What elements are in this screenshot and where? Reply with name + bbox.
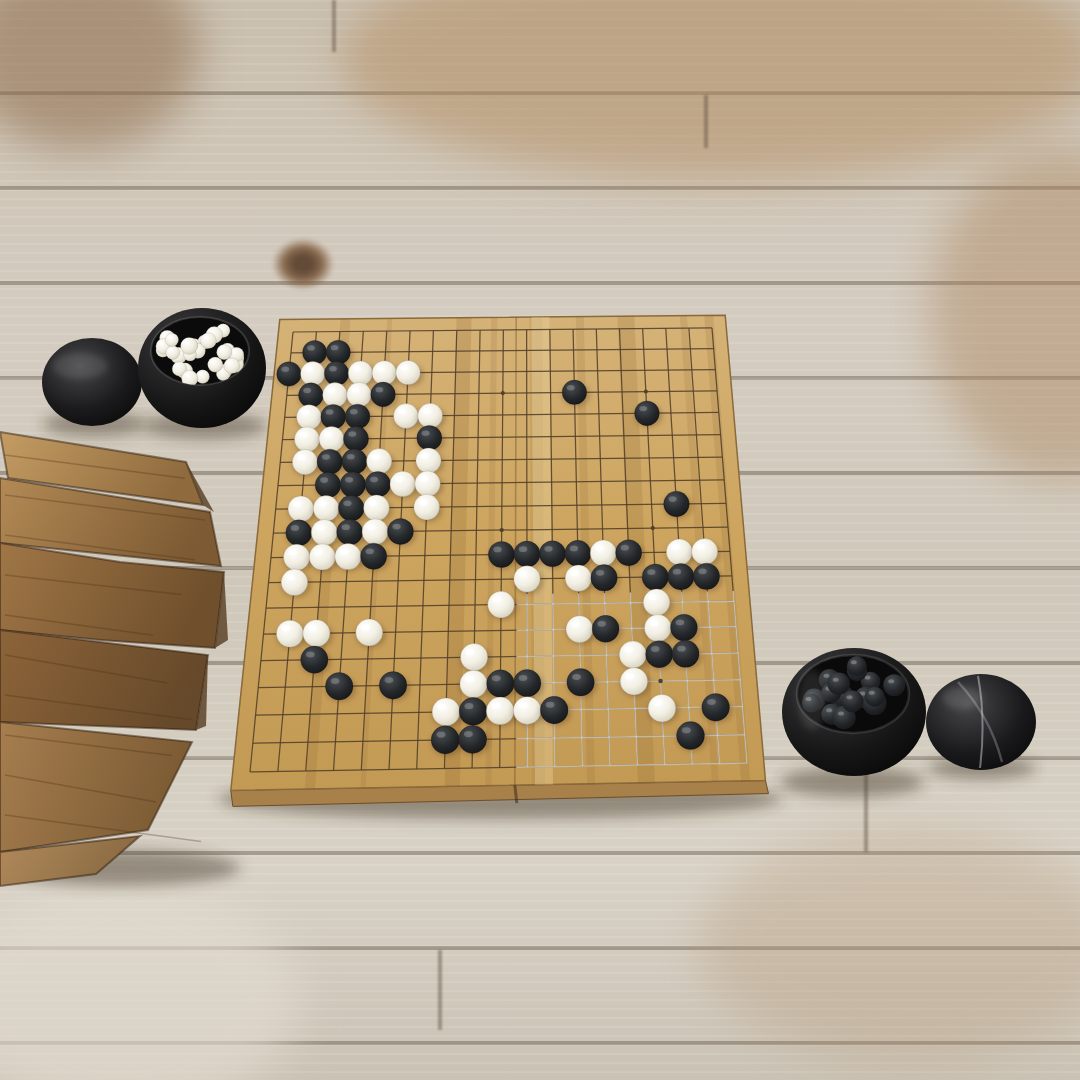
stone-black[interactable] <box>514 541 540 567</box>
stone-black[interactable] <box>277 362 301 386</box>
stone-black[interactable] <box>301 646 328 673</box>
stone-white[interactable] <box>347 382 372 407</box>
stone-white[interactable] <box>619 641 646 668</box>
stone-white[interactable] <box>356 619 383 646</box>
stone-white[interactable] <box>644 615 671 642</box>
star-point <box>501 391 505 395</box>
driftwood-plank-stack <box>0 432 228 886</box>
stone-white[interactable] <box>513 697 541 725</box>
stone-black[interactable] <box>592 615 619 642</box>
stone-white[interactable] <box>367 449 392 474</box>
stone-black[interactable] <box>459 698 487 726</box>
stone-black[interactable] <box>387 518 413 544</box>
stone-white[interactable] <box>319 427 344 452</box>
stone-black[interactable] <box>361 543 387 569</box>
stone-black[interactable] <box>591 565 617 591</box>
stone-black[interactable] <box>315 472 341 498</box>
stone-black[interactable] <box>646 641 673 668</box>
stone-black[interactable] <box>567 669 594 696</box>
stone-black[interactable] <box>340 472 366 498</box>
stone-black[interactable] <box>371 382 396 407</box>
stone-black[interactable] <box>677 722 705 750</box>
stone-white[interactable] <box>364 495 390 521</box>
stone-white[interactable] <box>620 668 647 695</box>
stone-black[interactable] <box>664 491 690 517</box>
stone-black[interactable] <box>379 672 407 700</box>
stone-black[interactable] <box>513 669 540 696</box>
stone-white[interactable] <box>514 566 540 592</box>
stone-white[interactable] <box>390 471 416 497</box>
stone-black[interactable] <box>317 449 342 474</box>
stone-white[interactable] <box>414 494 440 520</box>
stone-white[interactable] <box>396 360 420 384</box>
stone-black[interactable] <box>459 725 487 753</box>
driftwood-slab <box>0 722 192 852</box>
stone-black[interactable] <box>693 563 719 589</box>
stone-white[interactable] <box>294 427 319 452</box>
stone-white[interactable] <box>566 616 593 643</box>
stone-black[interactable] <box>487 670 514 697</box>
stone-white[interactable] <box>301 361 325 385</box>
stone-black[interactable] <box>635 401 660 426</box>
stone-black[interactable] <box>345 404 370 429</box>
stone-black[interactable] <box>431 726 459 754</box>
stone-white[interactable] <box>362 519 388 545</box>
stone-white[interactable] <box>643 589 670 616</box>
stone-white[interactable] <box>281 569 308 596</box>
stone-white[interactable] <box>311 519 337 545</box>
stone-white[interactable] <box>488 591 515 618</box>
stone-white[interactable] <box>288 496 314 522</box>
stone-black[interactable] <box>324 361 348 385</box>
stone-white[interactable] <box>692 539 718 565</box>
stone-white[interactable] <box>486 697 514 725</box>
stone-black[interactable] <box>321 404 346 429</box>
stone-black[interactable] <box>325 672 353 700</box>
stone-black[interactable] <box>303 340 327 364</box>
stone-white[interactable] <box>292 449 317 474</box>
stone-white[interactable] <box>372 361 396 385</box>
stone-white[interactable] <box>666 539 692 565</box>
stone-black[interactable] <box>338 495 364 521</box>
stone-white[interactable] <box>590 540 616 566</box>
stone-black[interactable] <box>562 380 587 405</box>
stone-white[interactable] <box>432 698 460 726</box>
stone-black[interactable] <box>299 383 324 408</box>
stone-black[interactable] <box>337 519 363 545</box>
star-point <box>500 528 504 532</box>
stone-black[interactable] <box>540 696 568 724</box>
star-point <box>651 526 655 530</box>
stone-black[interactable] <box>286 520 312 546</box>
stone-black[interactable] <box>417 425 442 450</box>
stone-black[interactable] <box>326 340 350 364</box>
stone-black[interactable] <box>565 540 591 566</box>
stone-black[interactable] <box>672 640 699 667</box>
stone-white[interactable] <box>565 565 591 591</box>
stone-white[interactable] <box>276 620 303 647</box>
stone-black[interactable] <box>616 540 642 566</box>
stone-white[interactable] <box>284 544 310 570</box>
stone-white[interactable] <box>313 496 339 522</box>
stone-white[interactable] <box>348 361 372 385</box>
stone-black[interactable] <box>365 472 391 498</box>
stone-black[interactable] <box>342 449 367 474</box>
stone-black[interactable] <box>642 564 668 590</box>
star-point <box>658 679 663 684</box>
stone-black[interactable] <box>671 614 698 641</box>
stone-white[interactable] <box>309 544 335 570</box>
stone-white[interactable] <box>648 694 676 722</box>
stone-white[interactable] <box>394 404 419 429</box>
stone-white[interactable] <box>297 405 322 430</box>
star-point <box>644 390 648 394</box>
go-scene-canvas <box>0 0 1080 1080</box>
stone-white[interactable] <box>460 670 488 698</box>
stone-black[interactable] <box>343 426 368 451</box>
bowl-lid-left[interactable] <box>42 338 142 426</box>
scene: { "game": "go", "board_size": 19, "posit… <box>0 0 1080 1080</box>
stone-black[interactable] <box>488 541 514 567</box>
stone-white[interactable] <box>460 644 487 671</box>
stone-white[interactable] <box>303 620 330 647</box>
stone-black[interactable] <box>702 693 730 721</box>
stone-black[interactable] <box>668 564 694 590</box>
stone-white[interactable] <box>335 543 361 569</box>
stone-white[interactable] <box>418 403 443 428</box>
stone-white[interactable] <box>416 448 441 473</box>
stone-white[interactable] <box>323 383 348 408</box>
stone-black[interactable] <box>539 541 565 567</box>
stone-white[interactable] <box>415 471 440 496</box>
